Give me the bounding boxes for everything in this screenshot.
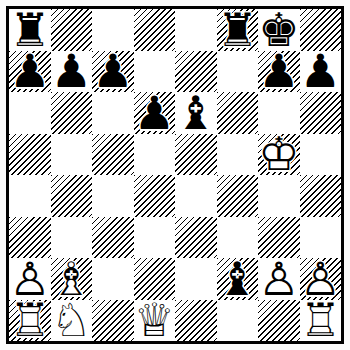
- square-b5[interactable]: [51, 134, 93, 176]
- white-pawn[interactable]: ♙: [300, 258, 342, 300]
- square-b7[interactable]: ♟♟: [51, 51, 93, 93]
- white-king[interactable]: ♔: [258, 134, 300, 176]
- square-g5[interactable]: ♚♔: [258, 134, 300, 176]
- chess-board: ♜♜♜♜♚♚♟♟♟♟♟♟♟♟♟♟♟♟♝♝♚♔♟♙♝♗♝♝♟♙♟♙♜♖♞♘♛♕♜♖: [6, 6, 344, 344]
- square-b6[interactable]: [51, 92, 93, 134]
- white-bishop-halo: ♝: [51, 258, 93, 300]
- black-bishop[interactable]: ♝: [217, 258, 259, 300]
- square-b3[interactable]: [51, 217, 93, 259]
- square-h3[interactable]: [300, 217, 342, 259]
- square-h2[interactable]: ♟♙: [300, 258, 342, 300]
- square-h1[interactable]: ♜♖: [300, 300, 342, 342]
- white-rook-halo: ♜: [300, 300, 342, 342]
- square-f3[interactable]: [217, 217, 259, 259]
- square-h8[interactable]: [300, 9, 342, 51]
- black-king-halo: ♚: [258, 9, 300, 51]
- square-d8[interactable]: [134, 9, 176, 51]
- square-a3[interactable]: [9, 217, 51, 259]
- square-b1[interactable]: ♞♘: [51, 300, 93, 342]
- black-king[interactable]: ♚: [258, 9, 300, 51]
- square-a8[interactable]: ♜♜: [9, 9, 51, 51]
- black-bishop[interactable]: ♝: [175, 92, 217, 134]
- white-pawn[interactable]: ♙: [9, 258, 51, 300]
- square-f4[interactable]: [217, 175, 259, 217]
- white-bishop[interactable]: ♗: [51, 258, 93, 300]
- square-c8[interactable]: [92, 9, 134, 51]
- square-e5[interactable]: [175, 134, 217, 176]
- white-pawn-halo: ♟: [9, 258, 51, 300]
- square-h7[interactable]: ♟♟: [300, 51, 342, 93]
- square-f5[interactable]: [217, 134, 259, 176]
- square-g6[interactable]: [258, 92, 300, 134]
- square-a5[interactable]: [9, 134, 51, 176]
- square-a2[interactable]: ♟♙: [9, 258, 51, 300]
- square-b2[interactable]: ♝♗: [51, 258, 93, 300]
- square-a7[interactable]: ♟♟: [9, 51, 51, 93]
- black-pawn-halo: ♟: [258, 51, 300, 93]
- square-a4[interactable]: [9, 175, 51, 217]
- square-f8[interactable]: ♜♜: [217, 9, 259, 51]
- square-c1[interactable]: [92, 300, 134, 342]
- black-rook-halo: ♜: [217, 9, 259, 51]
- square-c3[interactable]: [92, 217, 134, 259]
- square-f2[interactable]: ♝♝: [217, 258, 259, 300]
- black-bishop-halo: ♝: [175, 92, 217, 134]
- square-d2[interactable]: [134, 258, 176, 300]
- square-c2[interactable]: [92, 258, 134, 300]
- square-d5[interactable]: [134, 134, 176, 176]
- black-bishop-halo: ♝: [217, 258, 259, 300]
- square-c6[interactable]: [92, 92, 134, 134]
- white-pawn-halo: ♟: [258, 258, 300, 300]
- square-a6[interactable]: [9, 92, 51, 134]
- square-g1[interactable]: [258, 300, 300, 342]
- square-e4[interactable]: [175, 175, 217, 217]
- white-rook-halo: ♜: [9, 300, 51, 342]
- square-g3[interactable]: [258, 217, 300, 259]
- white-rook[interactable]: ♖: [300, 300, 342, 342]
- white-knight-halo: ♞: [51, 300, 93, 342]
- square-d4[interactable]: [134, 175, 176, 217]
- square-c7[interactable]: ♟♟: [92, 51, 134, 93]
- white-king-halo: ♚: [258, 134, 300, 176]
- square-e2[interactable]: [175, 258, 217, 300]
- square-g4[interactable]: [258, 175, 300, 217]
- black-pawn[interactable]: ♟: [51, 51, 93, 93]
- square-d1[interactable]: ♛♕: [134, 300, 176, 342]
- black-pawn[interactable]: ♟: [9, 51, 51, 93]
- square-f6[interactable]: [217, 92, 259, 134]
- white-queen-halo: ♛: [134, 300, 176, 342]
- white-pawn[interactable]: ♙: [258, 258, 300, 300]
- square-h6[interactable]: [300, 92, 342, 134]
- square-g8[interactable]: ♚♚: [258, 9, 300, 51]
- square-e7[interactable]: [175, 51, 217, 93]
- chess-diagram: ♜♜♜♜♚♚♟♟♟♟♟♟♟♟♟♟♟♟♝♝♚♔♟♙♝♗♝♝♟♙♟♙♜♖♞♘♛♕♜♖: [0, 0, 350, 350]
- square-b4[interactable]: [51, 175, 93, 217]
- square-g7[interactable]: ♟♟: [258, 51, 300, 93]
- black-pawn-halo: ♟: [300, 51, 342, 93]
- square-a1[interactable]: ♜♖: [9, 300, 51, 342]
- black-pawn-halo: ♟: [9, 51, 51, 93]
- white-knight[interactable]: ♘: [51, 300, 93, 342]
- black-pawn-halo: ♟: [134, 92, 176, 134]
- square-c4[interactable]: [92, 175, 134, 217]
- square-e1[interactable]: [175, 300, 217, 342]
- square-b8[interactable]: [51, 9, 93, 51]
- square-h5[interactable]: [300, 134, 342, 176]
- square-d3[interactable]: [134, 217, 176, 259]
- black-pawn[interactable]: ♟: [300, 51, 342, 93]
- black-pawn-halo: ♟: [92, 51, 134, 93]
- white-queen[interactable]: ♕: [134, 300, 176, 342]
- black-pawn-halo: ♟: [51, 51, 93, 93]
- black-pawn[interactable]: ♟: [92, 51, 134, 93]
- square-f1[interactable]: [217, 300, 259, 342]
- black-rook[interactable]: ♜: [9, 9, 51, 51]
- square-d6[interactable]: ♟♟: [134, 92, 176, 134]
- square-d7[interactable]: [134, 51, 176, 93]
- white-pawn-halo: ♟: [300, 258, 342, 300]
- white-rook[interactable]: ♖: [9, 300, 51, 342]
- square-e6[interactable]: ♝♝: [175, 92, 217, 134]
- square-h4[interactable]: [300, 175, 342, 217]
- black-pawn[interactable]: ♟: [258, 51, 300, 93]
- square-g2[interactable]: ♟♙: [258, 258, 300, 300]
- square-e8[interactable]: [175, 9, 217, 51]
- black-rook-halo: ♜: [9, 9, 51, 51]
- black-rook[interactable]: ♜: [217, 9, 259, 51]
- square-f7[interactable]: [217, 51, 259, 93]
- black-pawn[interactable]: ♟: [134, 92, 176, 134]
- square-e3[interactable]: [175, 217, 217, 259]
- square-c5[interactable]: [92, 134, 134, 176]
